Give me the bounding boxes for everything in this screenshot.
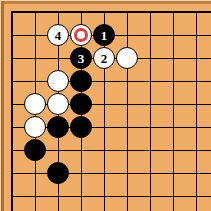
stone-black	[70, 116, 92, 138]
move-number-label: 1	[101, 29, 108, 42]
stones-layer: 4132	[1, 1, 208, 208]
move-number-label: 3	[78, 52, 85, 65]
stone-white	[24, 93, 46, 115]
stone-white	[116, 47, 138, 69]
stone-black	[70, 70, 92, 92]
move-number-label: 4	[55, 29, 62, 42]
board-edge-shadow-top	[1, 1, 211, 4]
stone-white	[24, 116, 46, 138]
stone-white-marked	[70, 24, 92, 46]
stone-white-move-2: 2	[93, 47, 115, 69]
stone-black-move-3: 3	[70, 47, 92, 69]
move-number-label: 2	[101, 52, 108, 65]
stone-black	[24, 139, 46, 161]
circle-mark-icon	[74, 28, 88, 42]
go-board-diagram: 4132	[0, 0, 211, 211]
stone-black	[47, 162, 69, 184]
stone-black	[70, 93, 92, 115]
stone-black-move-1: 1	[93, 24, 115, 46]
stone-white	[47, 93, 69, 115]
stone-black	[47, 116, 69, 138]
stone-white-move-4: 4	[47, 24, 69, 46]
stone-white	[47, 70, 69, 92]
board-edge-shadow-left	[1, 1, 4, 211]
